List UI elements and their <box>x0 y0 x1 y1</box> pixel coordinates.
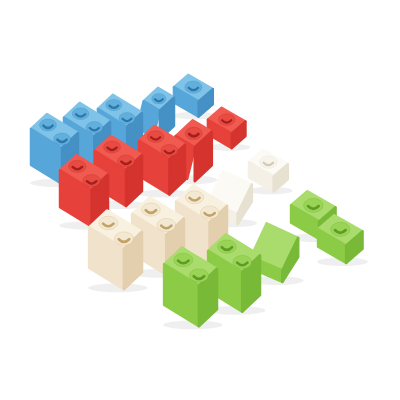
stud <box>174 253 193 266</box>
stud <box>86 122 103 134</box>
stud <box>331 222 350 236</box>
stud <box>218 240 237 253</box>
stud <box>83 174 100 186</box>
product-photo <box>0 0 400 400</box>
stud <box>189 269 208 282</box>
stud <box>260 156 277 168</box>
stud <box>304 198 323 212</box>
stud <box>157 218 176 231</box>
stud <box>142 203 161 216</box>
stud <box>147 131 164 143</box>
toy-block-green-cube-b <box>317 215 368 266</box>
toy-block-white-cube <box>248 150 293 195</box>
stud <box>185 81 202 93</box>
stud <box>161 145 178 157</box>
stud <box>119 113 135 124</box>
stud <box>200 206 218 219</box>
stud <box>69 160 86 172</box>
toy-block-blue-cube <box>173 75 218 120</box>
stud <box>218 114 235 126</box>
blocks-scene <box>0 0 400 400</box>
toy-block-red-cube <box>207 108 250 151</box>
